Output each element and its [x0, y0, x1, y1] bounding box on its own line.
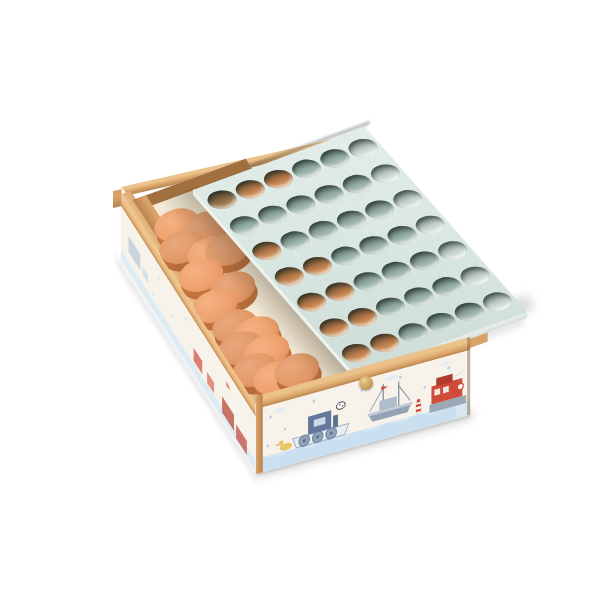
front-wall-left-end-grain	[256, 394, 263, 474]
lid-knob	[359, 376, 373, 390]
fishing-trawler-illustration	[368, 376, 412, 423]
product-photo-connect-four-box	[0, 0, 600, 600]
front-wall-right-end-grain	[467, 337, 470, 416]
red-flag	[226, 381, 230, 393]
buoy-lighthouse-illustration	[416, 398, 421, 414]
